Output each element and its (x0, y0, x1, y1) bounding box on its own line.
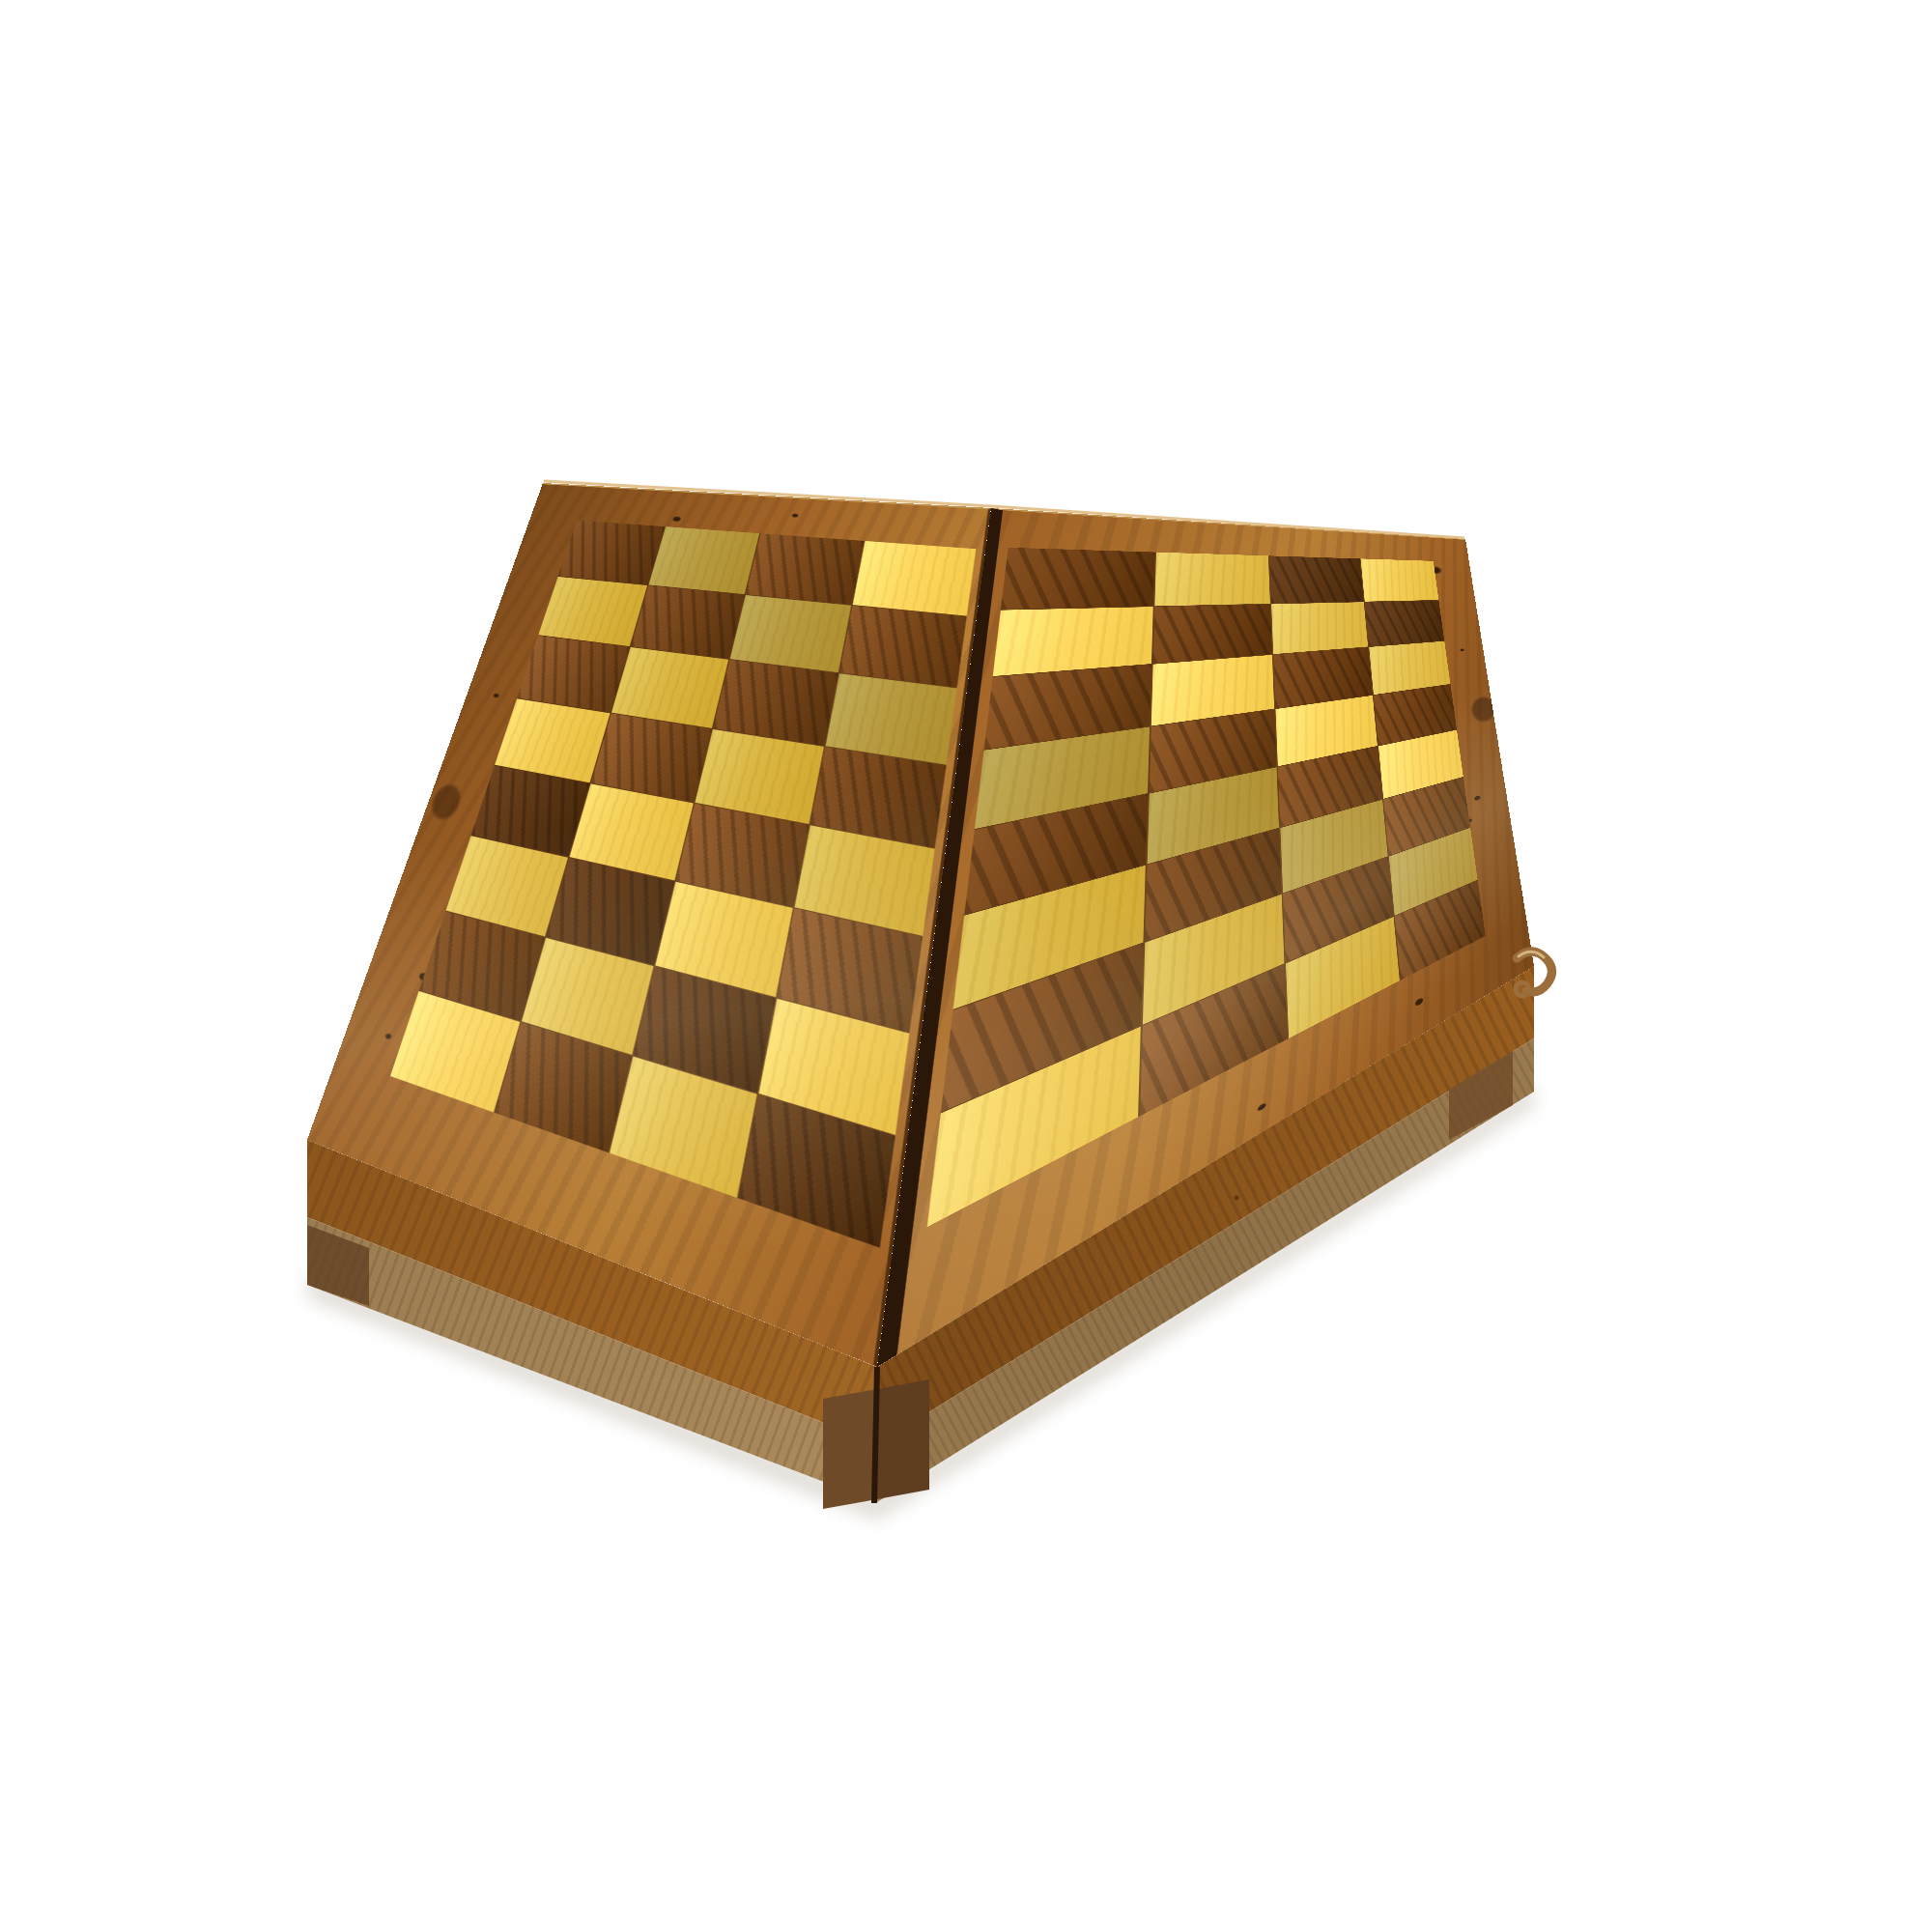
square-g8[interactable] (1269, 555, 1363, 603)
square-a7[interactable] (538, 577, 646, 646)
square-g7[interactable] (1271, 602, 1368, 654)
square-e8[interactable] (1001, 548, 1154, 610)
square-c7[interactable] (730, 595, 851, 673)
square-c8[interactable] (746, 533, 863, 604)
square-h8[interactable] (1360, 558, 1438, 601)
square-f8[interactable] (1154, 553, 1270, 607)
board-grid-left (390, 521, 976, 1248)
square-b7[interactable] (630, 585, 744, 659)
square-b8[interactable] (648, 526, 759, 594)
square-a8[interactable] (558, 521, 665, 584)
square-h7[interactable] (1364, 600, 1444, 646)
product-photo-scene (0, 0, 1932, 1932)
square-d8[interactable] (852, 541, 976, 615)
square-f7[interactable] (1152, 604, 1272, 664)
